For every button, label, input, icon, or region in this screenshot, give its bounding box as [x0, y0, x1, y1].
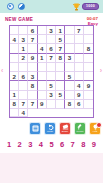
cell-r7c1[interactable] [10, 81, 19, 90]
next-arrow-icon[interactable]: › [100, 67, 102, 74]
cell-r9c7[interactable]: 8 [65, 100, 74, 109]
cell-r2c3[interactable]: 7 [28, 35, 37, 44]
cell-r7c9[interactable]: 9 [84, 81, 93, 90]
cell-r3c6[interactable]: 7 [56, 44, 65, 53]
cell-r1c1[interactable] [10, 26, 19, 35]
numpad-digit-7[interactable]: 7 [71, 140, 75, 149]
erase-button[interactable]: Erase [59, 122, 71, 135]
cell-r9c4[interactable]: 9 [38, 100, 47, 109]
numpad-digit-2[interactable]: 2 [18, 140, 22, 149]
numpad-digit-4[interactable]: 4 [39, 140, 43, 149]
numpad-digit-3[interactable]: 3 [28, 140, 32, 149]
cell-r6c9[interactable] [84, 72, 93, 81]
menu-button[interactable] [29, 122, 41, 135]
cell-r8c7[interactable] [65, 91, 74, 100]
cell-r8c2[interactable] [19, 91, 28, 100]
cell-r7c3[interactable]: 8 [28, 81, 37, 90]
cell-r4c4[interactable]: 1 [38, 54, 47, 63]
number-pad: 123456789 [0, 135, 103, 149]
sudoku-app: 1000 NEW GAME 00:07 Easy ‹ 6317437514678… [0, 0, 103, 183]
cell-r1c3[interactable]: 6 [28, 26, 37, 35]
cell-r4c3[interactable]: 9 [28, 54, 37, 63]
cell-r2c6[interactable]: 5 [56, 35, 65, 44]
cell-r8c4[interactable] [38, 91, 47, 100]
cell-r10c2[interactable]: 4 [19, 109, 28, 117]
cell-r6c2[interactable]: 6 [19, 72, 28, 81]
cell-r2c2[interactable]: 3 [19, 35, 28, 44]
pencil-button[interactable]: Pencil [74, 122, 86, 135]
cell-r1c7[interactable] [65, 26, 74, 35]
cell-r8c1[interactable]: 1 [10, 91, 19, 100]
cell-r6c7[interactable]: 5 [65, 72, 74, 81]
hint-button[interactable]: Hint [89, 122, 101, 135]
cell-r1c4[interactable] [38, 26, 47, 35]
cell-r4c8[interactable] [75, 54, 84, 63]
cell-r8c6[interactable]: 5 [56, 91, 65, 100]
cell-r7c8[interactable]: 4 [75, 81, 84, 90]
cell-r3c3[interactable] [28, 44, 37, 53]
numpad-digit-6[interactable]: 6 [60, 140, 64, 149]
cell-r5c3[interactable] [28, 63, 37, 72]
cell-r4c1[interactable] [10, 54, 19, 63]
cell-r2c9[interactable] [84, 35, 93, 44]
cell-r5c6[interactable] [56, 63, 65, 72]
cell-r1c8[interactable]: 7 [75, 26, 84, 35]
cell-r3c9[interactable]: 8 [84, 44, 93, 53]
undo-button[interactable]: Undo [44, 122, 56, 135]
pencil-button-label: Pencil [77, 131, 84, 134]
toolbar: UndoErasePencilHint [0, 118, 103, 135]
trophy-icon [73, 3, 80, 11]
cell-r5c1[interactable] [10, 63, 19, 72]
cell-r2c4[interactable] [38, 35, 47, 44]
cell-r8c3[interactable] [28, 91, 37, 100]
cell-r4c9[interactable] [84, 54, 93, 63]
numpad-digit-8[interactable]: 8 [81, 140, 85, 149]
cell-r7c5[interactable]: 5 [47, 81, 56, 90]
cell-r7c2[interactable] [19, 81, 28, 90]
cell-r5c4[interactable] [38, 63, 47, 72]
cell-r9c3[interactable]: 7 [28, 100, 37, 109]
cell-r2c1[interactable]: 4 [10, 35, 19, 44]
undo-button-label: Undo [47, 131, 53, 134]
menu-icon [32, 125, 39, 132]
cell-r5c5[interactable] [47, 63, 56, 72]
cell-r2c8[interactable] [75, 35, 84, 44]
sudoku-board: 63174375146782917832635854913598779864 [9, 25, 94, 118]
cell-r2c7[interactable] [65, 35, 74, 44]
cell-r6c4[interactable] [38, 72, 47, 81]
cell-r4c5[interactable]: 7 [47, 54, 56, 63]
numpad-digit-1[interactable]: 1 [7, 140, 11, 149]
coins-area[interactable]: 1000 [73, 3, 99, 11]
cell-r6c6[interactable] [56, 72, 65, 81]
board-area: ‹ 63174375146782917832635854913598779864… [0, 25, 103, 118]
top-bar: 1000 [0, 0, 103, 13]
hint-badge [96, 122, 102, 128]
cell-r7c6[interactable] [56, 81, 65, 90]
cell-r6c3[interactable]: 3 [28, 72, 37, 81]
numpad-digit-5[interactable]: 5 [49, 140, 53, 149]
cell-r5c2[interactable] [19, 63, 28, 72]
cell-r7c7[interactable] [65, 81, 74, 90]
cell-r7c4[interactable] [38, 81, 47, 90]
cell-r9c9[interactable] [84, 100, 93, 109]
cell-r8c9[interactable] [84, 91, 93, 100]
cell-r9c6[interactable] [56, 100, 65, 109]
numpad-digit-9[interactable]: 9 [92, 140, 96, 149]
cell-r3c5[interactable]: 6 [47, 44, 56, 53]
cell-r9c2[interactable]: 7 [19, 100, 28, 109]
cell-r3c7[interactable] [65, 44, 74, 53]
cell-r3c8[interactable] [75, 44, 84, 53]
header: NEW GAME 00:07 Easy [0, 13, 103, 25]
cell-r8c8[interactable]: 9 [75, 91, 84, 100]
cell-r2c5[interactable] [47, 35, 56, 44]
hint-button-label: Hint [93, 131, 97, 134]
cell-r10c1[interactable] [10, 109, 19, 117]
cell-r9c8[interactable]: 6 [75, 100, 84, 109]
cell-r5c7[interactable] [65, 63, 74, 72]
record-icon[interactable] [7, 3, 14, 10]
page-title: NEW GAME [5, 16, 33, 22]
prev-arrow-icon[interactable]: ‹ [1, 67, 3, 74]
cell-r4c7[interactable]: 3 [65, 54, 74, 63]
cell-r3c1[interactable] [10, 44, 19, 53]
cell-r6c8[interactable] [75, 72, 84, 81]
cell-r6c1[interactable]: 2 [10, 72, 19, 81]
erase-button-label: Erase [62, 131, 69, 134]
cell-r9c5[interactable] [47, 100, 56, 109]
cell-r1c9[interactable] [84, 26, 93, 35]
cell-r3c2[interactable]: 1 [19, 44, 28, 53]
cell-r1c2[interactable] [19, 26, 28, 35]
cell-r1c6[interactable]: 1 [56, 26, 65, 35]
cell-r9c1[interactable]: 8 [10, 100, 19, 109]
cell-r5c8[interactable] [75, 63, 84, 72]
cell-r6c5[interactable] [47, 72, 56, 81]
cell-r8c5[interactable]: 3 [47, 91, 56, 100]
footer-strip [0, 153, 103, 183]
theme-icon[interactable] [18, 3, 25, 10]
coins-badge: 1000 [82, 3, 99, 11]
cell-r5c9[interactable] [84, 63, 93, 72]
cell-r1c5[interactable]: 3 [47, 26, 56, 35]
cell-r4c2[interactable]: 2 [19, 54, 28, 63]
cell-r3c4[interactable]: 4 [38, 44, 47, 53]
cell-r4c6[interactable]: 8 [56, 54, 65, 63]
